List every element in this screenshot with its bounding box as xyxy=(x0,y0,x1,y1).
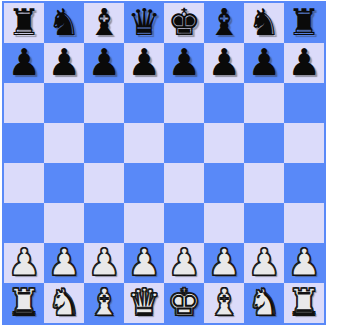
square-h4[interactable] xyxy=(284,163,324,203)
square-g5[interactable] xyxy=(244,123,284,163)
piece-black-bishop[interactable]: ♝ xyxy=(207,4,240,41)
square-a5[interactable] xyxy=(4,123,44,163)
square-d5[interactable] xyxy=(124,123,164,163)
square-b5[interactable] xyxy=(44,123,84,163)
piece-black-pawn[interactable]: ♟ xyxy=(207,44,240,81)
piece-black-pawn[interactable]: ♟ xyxy=(7,44,40,81)
square-d8[interactable]: ♛ xyxy=(124,3,164,43)
square-e4[interactable] xyxy=(164,163,204,203)
square-e1[interactable]: ♚ xyxy=(164,283,204,323)
square-e5[interactable] xyxy=(164,123,204,163)
square-c6[interactable] xyxy=(84,83,124,123)
square-b8[interactable]: ♞ xyxy=(44,3,84,43)
square-f7[interactable]: ♟ xyxy=(204,43,244,83)
square-d1[interactable]: ♛ xyxy=(124,283,164,323)
square-a1[interactable]: ♜ xyxy=(4,283,44,323)
square-c3[interactable] xyxy=(84,203,124,243)
piece-black-pawn[interactable]: ♟ xyxy=(87,44,120,81)
square-b3[interactable] xyxy=(44,203,84,243)
square-a3[interactable] xyxy=(4,203,44,243)
square-f8[interactable]: ♝ xyxy=(204,3,244,43)
square-h5[interactable] xyxy=(284,123,324,163)
chess-app-page: { "game": "chess", "position": { "fen": … xyxy=(0,0,340,328)
square-c2[interactable]: ♟ xyxy=(84,243,124,283)
piece-black-pawn[interactable]: ♟ xyxy=(127,44,160,81)
square-e7[interactable]: ♟ xyxy=(164,43,204,83)
piece-black-rook[interactable]: ♜ xyxy=(287,4,320,41)
square-d6[interactable] xyxy=(124,83,164,123)
square-g6[interactable] xyxy=(244,83,284,123)
piece-white-pawn[interactable]: ♟ xyxy=(87,244,120,281)
square-c8[interactable]: ♝ xyxy=(84,3,124,43)
square-f6[interactable] xyxy=(204,83,244,123)
chess-board-grid: ♜♞♝♛♚♝♞♜♟♟♟♟♟♟♟♟♟♟♟♟♟♟♟♟♜♞♝♛♚♝♞♜ xyxy=(4,3,324,323)
square-b1[interactable]: ♞ xyxy=(44,283,84,323)
square-a6[interactable] xyxy=(4,83,44,123)
square-b4[interactable] xyxy=(44,163,84,203)
piece-black-king[interactable]: ♚ xyxy=(167,4,200,41)
square-f4[interactable] xyxy=(204,163,244,203)
square-c1[interactable]: ♝ xyxy=(84,283,124,323)
piece-black-pawn[interactable]: ♟ xyxy=(167,44,200,81)
square-g2[interactable]: ♟ xyxy=(244,243,284,283)
square-d7[interactable]: ♟ xyxy=(124,43,164,83)
square-e6[interactable] xyxy=(164,83,204,123)
square-g1[interactable]: ♞ xyxy=(244,283,284,323)
square-h6[interactable] xyxy=(284,83,324,123)
piece-white-pawn[interactable]: ♟ xyxy=(127,244,160,281)
piece-white-pawn[interactable]: ♟ xyxy=(207,244,240,281)
square-d3[interactable] xyxy=(124,203,164,243)
piece-white-bishop[interactable]: ♝ xyxy=(87,284,120,321)
square-g7[interactable]: ♟ xyxy=(244,43,284,83)
square-e3[interactable] xyxy=(164,203,204,243)
piece-white-rook[interactable]: ♜ xyxy=(7,284,40,321)
piece-white-king[interactable]: ♚ xyxy=(167,284,200,321)
piece-white-pawn[interactable]: ♟ xyxy=(47,244,80,281)
piece-black-rook[interactable]: ♜ xyxy=(7,4,40,41)
piece-black-queen[interactable]: ♛ xyxy=(127,4,160,41)
piece-black-bishop[interactable]: ♝ xyxy=(87,4,120,41)
piece-white-pawn[interactable]: ♟ xyxy=(167,244,200,281)
square-c5[interactable] xyxy=(84,123,124,163)
piece-black-pawn[interactable]: ♟ xyxy=(287,44,320,81)
piece-white-queen[interactable]: ♛ xyxy=(127,284,160,321)
square-h8[interactable]: ♜ xyxy=(284,3,324,43)
square-b6[interactable] xyxy=(44,83,84,123)
square-b7[interactable]: ♟ xyxy=(44,43,84,83)
piece-white-knight[interactable]: ♞ xyxy=(247,284,280,321)
piece-white-knight[interactable]: ♞ xyxy=(47,284,80,321)
square-f2[interactable]: ♟ xyxy=(204,243,244,283)
piece-white-pawn[interactable]: ♟ xyxy=(7,244,40,281)
piece-white-pawn[interactable]: ♟ xyxy=(247,244,280,281)
square-f1[interactable]: ♝ xyxy=(204,283,244,323)
square-a4[interactable] xyxy=(4,163,44,203)
square-a8[interactable]: ♜ xyxy=(4,3,44,43)
piece-black-pawn[interactable]: ♟ xyxy=(47,44,80,81)
square-h3[interactable] xyxy=(284,203,324,243)
square-e8[interactable]: ♚ xyxy=(164,3,204,43)
square-h2[interactable]: ♟ xyxy=(284,243,324,283)
square-h7[interactable]: ♟ xyxy=(284,43,324,83)
square-f3[interactable] xyxy=(204,203,244,243)
square-a7[interactable]: ♟ xyxy=(4,43,44,83)
square-e2[interactable]: ♟ xyxy=(164,243,204,283)
piece-black-pawn[interactable]: ♟ xyxy=(247,44,280,81)
square-g3[interactable] xyxy=(244,203,284,243)
square-d4[interactable] xyxy=(124,163,164,203)
square-g8[interactable]: ♞ xyxy=(244,3,284,43)
square-d2[interactable]: ♟ xyxy=(124,243,164,283)
square-c7[interactable]: ♟ xyxy=(84,43,124,83)
piece-white-bishop[interactable]: ♝ xyxy=(207,284,240,321)
piece-black-knight[interactable]: ♞ xyxy=(247,4,280,41)
square-g4[interactable] xyxy=(244,163,284,203)
square-b2[interactable]: ♟ xyxy=(44,243,84,283)
square-a2[interactable]: ♟ xyxy=(4,243,44,283)
piece-black-knight[interactable]: ♞ xyxy=(47,4,80,41)
piece-white-rook[interactable]: ♜ xyxy=(287,284,320,321)
square-f5[interactable] xyxy=(204,123,244,163)
piece-white-pawn[interactable]: ♟ xyxy=(287,244,320,281)
chess-board: ♜♞♝♛♚♝♞♜♟♟♟♟♟♟♟♟♟♟♟♟♟♟♟♟♜♞♝♛♚♝♞♜ xyxy=(2,1,326,325)
square-c4[interactable] xyxy=(84,163,124,203)
square-h1[interactable]: ♜ xyxy=(284,283,324,323)
